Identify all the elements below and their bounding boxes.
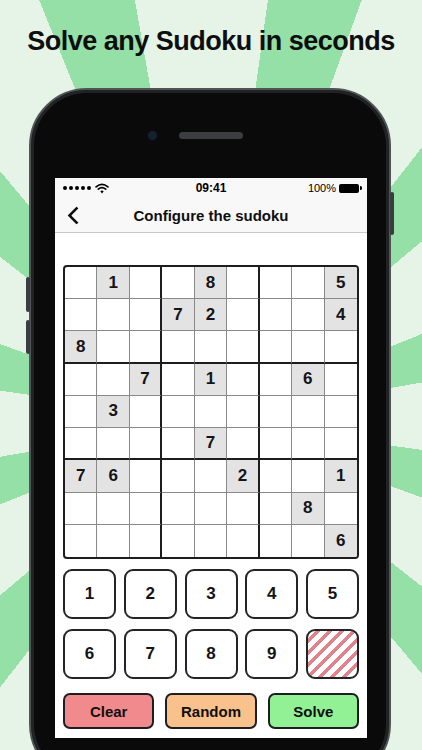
- sudoku-cell-r4c1[interactable]: [65, 364, 97, 396]
- sudoku-cell-r7c9[interactable]: 1: [325, 460, 357, 492]
- sudoku-cell-r7c4[interactable]: [162, 460, 194, 492]
- sudoku-cell-r9c2[interactable]: [97, 525, 129, 557]
- sudoku-cell-r2c2[interactable]: [97, 299, 129, 331]
- sudoku-cell-r6c4[interactable]: [162, 428, 194, 460]
- sudoku-cell-r7c7[interactable]: [260, 460, 292, 492]
- sudoku-cell-r1c3[interactable]: [130, 267, 162, 299]
- sudoku-cell-r6c9[interactable]: [325, 428, 357, 460]
- front-camera-icon: [148, 131, 157, 140]
- volume-up-button: [26, 277, 30, 312]
- sudoku-cell-r5c7[interactable]: [260, 396, 292, 428]
- sudoku-cell-r9c1[interactable]: [65, 525, 97, 557]
- status-bar: 09:41 100%: [55, 178, 367, 198]
- key-4[interactable]: 4: [245, 569, 298, 619]
- sudoku-cell-r7c3[interactable]: [130, 460, 162, 492]
- phone-screen: 09:41 100% Configure the sudoku 18572487…: [55, 178, 367, 738]
- sudoku-cell-r2c5[interactable]: 2: [195, 299, 227, 331]
- number-keypad: 123456789: [63, 569, 359, 679]
- key-2[interactable]: 2: [124, 569, 177, 619]
- sudoku-cell-r7c8[interactable]: [292, 460, 324, 492]
- nav-bar: Configure the sudoku: [55, 198, 367, 233]
- sudoku-cell-r1c7[interactable]: [260, 267, 292, 299]
- sudoku-cell-r4c3[interactable]: 7: [130, 364, 162, 396]
- battery-percent: 100%: [308, 182, 336, 194]
- sudoku-cell-r4c8[interactable]: 6: [292, 364, 324, 396]
- action-buttons: ClearRandomSolve: [63, 693, 359, 729]
- sudoku-cell-r4c6[interactable]: [227, 364, 259, 396]
- sudoku-cell-r4c4[interactable]: [162, 364, 194, 396]
- key-6[interactable]: 6: [63, 629, 116, 679]
- sudoku-cell-r3c1[interactable]: 8: [65, 331, 97, 363]
- sudoku-cell-r5c5[interactable]: [195, 396, 227, 428]
- random-button[interactable]: Random: [165, 693, 256, 729]
- sudoku-cell-r6c7[interactable]: [260, 428, 292, 460]
- sudoku-cell-r5c1[interactable]: [65, 396, 97, 428]
- clear-button[interactable]: Clear: [63, 693, 154, 729]
- sudoku-cell-r6c2[interactable]: [97, 428, 129, 460]
- key-8[interactable]: 8: [185, 629, 238, 679]
- sudoku-cell-r8c8[interactable]: 8: [292, 493, 324, 525]
- sudoku-cell-r3c7[interactable]: [260, 331, 292, 363]
- volume-down-button: [26, 320, 30, 354]
- sudoku-cell-r6c6[interactable]: [227, 428, 259, 460]
- sudoku-cell-r2c6[interactable]: [227, 299, 259, 331]
- sudoku-cell-r2c8[interactable]: [292, 299, 324, 331]
- sudoku-cell-r2c7[interactable]: [260, 299, 292, 331]
- sudoku-cell-r1c1[interactable]: [65, 267, 97, 299]
- sudoku-cell-r8c1[interactable]: [65, 493, 97, 525]
- status-time: 09:41: [196, 181, 227, 195]
- page-title: Solve any Sudoku in seconds: [0, 26, 422, 57]
- battery-icon: [339, 184, 359, 193]
- sudoku-cell-r3c2[interactable]: [97, 331, 129, 363]
- key-9[interactable]: 9: [245, 629, 298, 679]
- sudoku-cell-r6c1[interactable]: [65, 428, 97, 460]
- sudoku-cell-r6c8[interactable]: [292, 428, 324, 460]
- sudoku-cell-r9c5[interactable]: [195, 525, 227, 557]
- sudoku-cell-r2c9[interactable]: 4: [325, 299, 357, 331]
- sudoku-cell-r5c4[interactable]: [162, 396, 194, 428]
- key-1[interactable]: 1: [63, 569, 116, 619]
- earpiece-speaker: [179, 132, 243, 139]
- sudoku-cell-r8c9[interactable]: [325, 493, 357, 525]
- sudoku-grid: 185724871637762186: [63, 265, 359, 559]
- sudoku-cell-r9c3[interactable]: [130, 525, 162, 557]
- key-7[interactable]: 7: [124, 629, 177, 679]
- erase-button[interactable]: [306, 629, 359, 679]
- sudoku-cell-r3c3[interactable]: [130, 331, 162, 363]
- signal-dots-icon: [63, 186, 91, 190]
- sudoku-cell-r7c5[interactable]: [195, 460, 227, 492]
- sudoku-cell-r8c5[interactable]: [195, 493, 227, 525]
- sudoku-cell-r5c9[interactable]: [325, 396, 357, 428]
- sudoku-cell-r9c7[interactable]: [260, 525, 292, 557]
- nav-title: Configure the sudoku: [134, 207, 289, 224]
- sudoku-cell-r2c3[interactable]: [130, 299, 162, 331]
- sudoku-cell-r9c8[interactable]: [292, 525, 324, 557]
- sudoku-cell-r7c2[interactable]: 6: [97, 460, 129, 492]
- sudoku-cell-r5c2[interactable]: 3: [97, 396, 129, 428]
- sudoku-cell-r3c6[interactable]: [227, 331, 259, 363]
- wifi-icon: [95, 183, 109, 194]
- sudoku-cell-r1c8[interactable]: [292, 267, 324, 299]
- phone-frame: 09:41 100% Configure the sudoku 18572487…: [29, 88, 391, 750]
- sudoku-cell-r4c5[interactable]: 1: [195, 364, 227, 396]
- sudoku-cell-r9c9[interactable]: 6: [325, 525, 357, 557]
- sudoku-cell-r3c5[interactable]: [195, 331, 227, 363]
- back-button[interactable]: [67, 205, 87, 225]
- status-left: [63, 183, 196, 194]
- sudoku-cell-r1c9[interactable]: 5: [325, 267, 357, 299]
- sudoku-cell-r5c8[interactable]: [292, 396, 324, 428]
- chevron-left-icon: [67, 206, 85, 224]
- sudoku-cell-r1c4[interactable]: [162, 267, 194, 299]
- sudoku-cell-r4c7[interactable]: [260, 364, 292, 396]
- sudoku-cell-r4c9[interactable]: [325, 364, 357, 396]
- sudoku-cell-r5c3[interactable]: [130, 396, 162, 428]
- promo-background: Solve any Sudoku in seconds 09:41 100%: [0, 0, 422, 750]
- power-button: [390, 192, 394, 235]
- sudoku-cell-r2c4[interactable]: 7: [162, 299, 194, 331]
- sudoku-cell-r9c6[interactable]: [227, 525, 259, 557]
- sudoku-cell-r8c3[interactable]: [130, 493, 162, 525]
- sudoku-cell-r3c4[interactable]: [162, 331, 194, 363]
- sudoku-cell-r3c8[interactable]: [292, 331, 324, 363]
- key-3[interactable]: 3: [185, 569, 238, 619]
- sudoku-cell-r3c9[interactable]: [325, 331, 357, 363]
- sudoku-cell-r1c2[interactable]: 1: [97, 267, 129, 299]
- sudoku-cell-r1c5[interactable]: 8: [195, 267, 227, 299]
- key-5[interactable]: 5: [306, 569, 359, 619]
- sudoku-cell-r4c2[interactable]: [97, 364, 129, 396]
- sudoku-cell-r9c4[interactable]: [162, 525, 194, 557]
- sudoku-cell-r1c6[interactable]: [227, 267, 259, 299]
- solve-button[interactable]: Solve: [268, 693, 359, 729]
- sudoku-cell-r8c6[interactable]: [227, 493, 259, 525]
- sudoku-cell-r8c4[interactable]: [162, 493, 194, 525]
- sudoku-cell-r8c2[interactable]: [97, 493, 129, 525]
- sudoku-cell-r7c1[interactable]: 7: [65, 460, 97, 492]
- sudoku-cell-r7c6[interactable]: 2: [227, 460, 259, 492]
- sudoku-cell-r6c5[interactable]: 7: [195, 428, 227, 460]
- sudoku-cell-r8c7[interactable]: [260, 493, 292, 525]
- status-right: 100%: [226, 182, 359, 194]
- sudoku-cell-r6c3[interactable]: [130, 428, 162, 460]
- sudoku-cell-r2c1[interactable]: [65, 299, 97, 331]
- sudoku-cell-r5c6[interactable]: [227, 396, 259, 428]
